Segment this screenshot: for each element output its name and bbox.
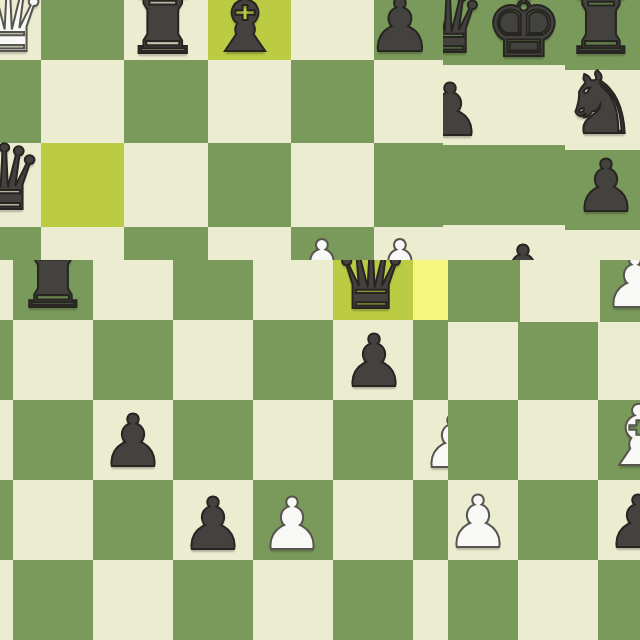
board-square[interactable] — [41, 0, 125, 61]
board-square[interactable] — [41, 60, 125, 144]
board-square[interactable] — [253, 400, 334, 481]
piece-white-bishop[interactable]: ♝ — [601, 394, 640, 478]
board-tile-a: ♛♜♝♟♛♟♟ — [0, 0, 443, 260]
board-square[interactable] — [253, 560, 334, 640]
board-square[interactable] — [443, 145, 485, 226]
piece-black-pawn[interactable]: ♟ — [181, 488, 246, 560]
board-strip-r: ♜♞♟ — [565, 0, 640, 260]
board-square[interactable] — [13, 400, 94, 481]
piece-black-rook[interactable]: ♜ — [124, 0, 201, 66]
board-square[interactable] — [448, 322, 519, 401]
highlight-square[interactable] — [413, 260, 448, 320]
board-square[interactable] — [291, 143, 375, 227]
board-square[interactable] — [0, 400, 14, 481]
board-square[interactable] — [0, 480, 14, 561]
piece-black-pawn[interactable]: ♟ — [101, 405, 166, 477]
board-square[interactable] — [173, 400, 254, 481]
board-square[interactable] — [291, 0, 375, 61]
chess-board: ♛♜♝♟♛♟♟♛♟♚♟♜♞♟♜♛♟♟♟♟♟♟♟♝♟ — [0, 0, 640, 640]
board-square[interactable] — [93, 560, 174, 640]
board-square[interactable] — [13, 480, 94, 561]
board-square[interactable] — [208, 227, 292, 260]
board-square[interactable] — [0, 260, 14, 321]
piece-black-king[interactable]: ♚ — [485, 0, 563, 70]
piece-white-pawn[interactable]: ♟ — [421, 406, 448, 478]
board-square[interactable] — [485, 65, 565, 146]
piece-white-pawn[interactable]: ♟ — [367, 230, 433, 260]
piece-white-queen[interactable]: ♛ — [0, 0, 48, 65]
board-square[interactable] — [93, 260, 174, 321]
board-square[interactable] — [0, 227, 42, 260]
piece-black-pawn[interactable]: ♟ — [606, 486, 640, 558]
piece-white-pawn[interactable]: ♟ — [289, 230, 355, 260]
piece-white-pawn[interactable]: ♟ — [260, 488, 325, 560]
highlight-square[interactable] — [41, 143, 124, 226]
board-square[interactable] — [93, 320, 174, 401]
board-square[interactable] — [13, 560, 94, 640]
piece-white-pawn[interactable]: ♟ — [448, 486, 510, 558]
board-tile-e: ♟♝♟ — [448, 322, 640, 640]
piece-black-pawn[interactable]: ♟ — [443, 74, 482, 146]
board-square[interactable] — [13, 320, 94, 401]
board-strip-q: ♛♟ — [443, 0, 485, 260]
board-square[interactable] — [518, 480, 599, 561]
board-square[interactable] — [93, 480, 174, 561]
board-square[interactable] — [253, 260, 334, 321]
board-tile-f: ♟ — [448, 260, 640, 322]
board-square[interactable] — [41, 227, 125, 260]
board-tile-d: ♜♛♟♟♟♟♟ — [0, 260, 448, 640]
piece-black-knight[interactable]: ♞ — [565, 60, 639, 146]
board-square[interactable] — [518, 560, 599, 640]
board-square[interactable] — [208, 60, 292, 144]
piece-black-pawn[interactable]: ♟ — [342, 325, 407, 397]
piece-black-bishop[interactable]: ♝ — [206, 0, 283, 64]
board-square[interactable] — [0, 560, 14, 640]
piece-black-pawn[interactable]: ♟ — [491, 236, 556, 260]
board-square[interactable] — [485, 145, 565, 226]
piece-black-queen[interactable]: ♛ — [0, 133, 44, 223]
board-square[interactable] — [520, 260, 601, 322]
piece-black-queen[interactable]: ♛ — [443, 0, 485, 65]
board-square[interactable] — [518, 400, 599, 481]
piece-black-pawn[interactable]: ♟ — [574, 150, 639, 222]
board-square[interactable] — [518, 322, 599, 401]
board-square[interactable] — [374, 60, 443, 144]
board-square[interactable] — [0, 320, 14, 401]
board-square[interactable] — [413, 320, 448, 401]
board-square[interactable] — [124, 143, 208, 227]
board-square[interactable] — [173, 260, 254, 321]
board-square[interactable] — [598, 560, 640, 640]
piece-black-queen[interactable]: ♛ — [332, 260, 409, 321]
board-square[interactable] — [443, 225, 485, 260]
board-square[interactable] — [173, 560, 254, 640]
board-strip-k: ♚♟ — [485, 0, 565, 260]
board-square[interactable] — [124, 227, 208, 260]
board-square[interactable] — [253, 320, 334, 401]
board-square[interactable] — [448, 560, 519, 640]
board-square[interactable] — [333, 480, 414, 561]
board-square[interactable] — [413, 560, 448, 640]
board-square[interactable] — [333, 560, 414, 640]
board-square[interactable] — [413, 480, 448, 561]
piece-black-pawn[interactable]: ♟ — [367, 0, 433, 62]
board-square[interactable] — [448, 400, 519, 481]
piece-white-pawn[interactable]: ♟ — [603, 260, 640, 318]
board-square[interactable] — [565, 230, 640, 260]
board-square[interactable] — [333, 400, 414, 481]
board-square[interactable] — [173, 320, 254, 401]
board-square[interactable] — [448, 260, 521, 322]
board-square[interactable] — [374, 143, 443, 227]
piece-black-rook[interactable]: ♜ — [15, 260, 90, 320]
board-square[interactable] — [291, 60, 375, 144]
board-square[interactable] — [208, 143, 292, 227]
